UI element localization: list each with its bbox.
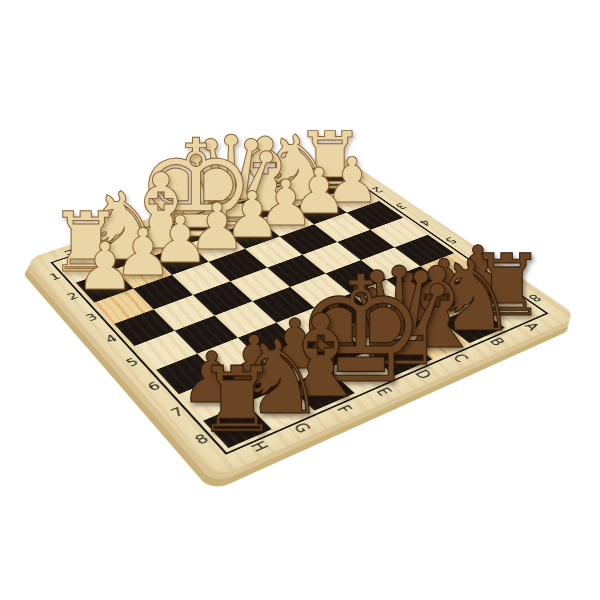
- white-pawn-h2[interactable]: ♟: [75, 234, 134, 300]
- black-rook-h8[interactable]: ♜: [197, 354, 278, 445]
- pieces-layer: ♜♞♝♛♚♝♞♜♟♟♟♟♟♟♟♟♟♟♟♟♟♟♟♟♜♞♝♛♚♝♞♜: [0, 0, 600, 600]
- product-photo-wooden-chess-set: 1234567812345678ABCDEFGHABCDEFGH ♜♞♝♛♚♝♞…: [0, 0, 600, 600]
